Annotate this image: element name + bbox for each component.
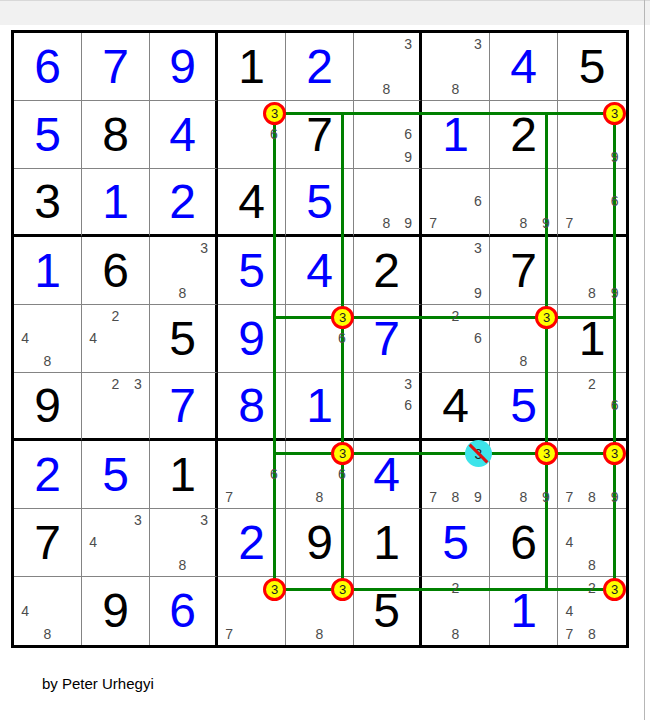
candidate-6: 6 (603, 395, 626, 417)
candidate-grid: 67 (218, 441, 285, 508)
solved-digit: 9 (218, 305, 285, 372)
solved-digit: 5 (422, 509, 489, 576)
cell-r3c8[interactable]: 89 (490, 169, 558, 237)
candidate-9: 9 (603, 146, 626, 168)
author-credit: by Peter Urhegyi (42, 675, 154, 692)
candidate-3: 3 (331, 305, 353, 327)
candidate-7: 7 (218, 622, 240, 645)
solved-digit: 5 (14, 101, 81, 168)
candidate-9: 9 (535, 486, 557, 508)
window-right-edge (644, 0, 645, 720)
candidate-6: 6 (331, 463, 353, 485)
candidate-grid: 39 (558, 101, 626, 168)
solved-digit: 7 (354, 305, 419, 372)
candidate-8: 8 (581, 486, 604, 508)
solved-digit: 2 (218, 509, 285, 576)
candidate-3: 3 (127, 373, 149, 395)
candidate-grid: 3789 (422, 441, 489, 508)
candidate-grid: 38 (490, 305, 557, 372)
solved-digit: 5 (218, 237, 285, 304)
candidate-9: 9 (535, 212, 557, 234)
candidate-grid: 24 (82, 305, 149, 372)
candidate-6: 6 (331, 327, 353, 349)
cell-r8c1[interactable]: 7 (14, 509, 82, 577)
cell-r8c6[interactable]: 1 (354, 509, 422, 577)
cell-r4c2[interactable]: 6 (82, 237, 150, 305)
cell-r6c5[interactable]: 1 (286, 373, 354, 441)
candidate-4: 4 (14, 327, 36, 349)
candidate-grid: 67 (422, 169, 489, 234)
given-digit: 3 (14, 169, 81, 234)
cell-r7c5[interactable]: 368 (286, 441, 354, 509)
cell-r6c9[interactable]: 26 (558, 373, 626, 441)
cell-r2c5[interactable]: 7 (286, 101, 354, 169)
solved-digit: 4 (150, 101, 215, 168)
candidate-7: 7 (218, 486, 240, 508)
candidate-grid: 37 (218, 577, 285, 645)
cell-r4c8[interactable]: 7 (490, 237, 558, 305)
solved-digit: 6 (14, 33, 81, 100)
cell-r7c6[interactable]: 4 (354, 441, 422, 509)
candidate-grid: 36 (286, 305, 353, 372)
solved-digit: 4 (354, 441, 419, 508)
given-digit: 2 (354, 237, 419, 304)
solved-digit: 7 (150, 373, 215, 438)
solved-digit: 2 (286, 33, 353, 100)
cell-r4c9[interactable]: 89 (558, 237, 626, 305)
candidate-4: 4 (14, 600, 36, 623)
candidate-6: 6 (467, 191, 489, 213)
cell-r7c4[interactable]: 67 (218, 441, 286, 509)
candidate-7: 7 (558, 622, 581, 645)
candidate-3: 3 (263, 101, 285, 123)
candidate-7: 7 (422, 212, 444, 234)
given-digit: 6 (490, 509, 557, 576)
cell-r6c6[interactable]: 36 (354, 373, 422, 441)
candidate-9: 9 (397, 212, 419, 234)
cell-r3c7[interactable]: 67 (422, 169, 490, 237)
candidate-3: 3 (193, 237, 215, 259)
candidate-8: 8 (308, 622, 330, 645)
candidate-3: 3 (467, 33, 489, 55)
cell-r9c6[interactable]: 5 (354, 577, 422, 645)
cell-r5c1[interactable]: 48 (14, 305, 82, 373)
candidate-8: 8 (512, 212, 534, 234)
cell-r8c3[interactable]: 38 (150, 509, 218, 577)
cell-r3c5[interactable]: 5 (286, 169, 354, 237)
given-digit: 8 (82, 101, 149, 168)
candidate-grid: 39 (422, 237, 489, 304)
candidate-grid: 38 (422, 33, 489, 100)
cell-r5c8[interactable]: 38 (490, 305, 558, 373)
solved-digit: 1 (14, 237, 81, 304)
candidate-7: 7 (558, 486, 581, 508)
solved-digit: 5 (286, 169, 353, 234)
cell-r1c9[interactable]: 5 (558, 33, 626, 101)
candidate-grid: 368 (286, 441, 353, 508)
candidate-grid: 34 (82, 509, 149, 576)
candidate-8: 8 (172, 554, 194, 576)
candidate-grid: 3789 (558, 441, 626, 508)
candidate-3: 3 (603, 577, 626, 600)
candidate-6: 6 (263, 123, 285, 145)
candidate-9: 9 (603, 486, 626, 508)
cell-r7c2[interactable]: 5 (82, 441, 150, 509)
cell-r4c4[interactable]: 5 (218, 237, 286, 305)
given-digit: 9 (286, 509, 353, 576)
given-digit: 1 (218, 33, 285, 100)
given-digit: 1 (558, 305, 626, 372)
candidate-8: 8 (581, 282, 604, 304)
cell-r7c8[interactable]: 389 (490, 441, 558, 509)
cell-r8c5[interactable]: 9 (286, 509, 354, 577)
given-digit: 7 (14, 509, 81, 576)
cell-r1c7[interactable]: 38 (422, 33, 490, 101)
candidate-3: 3 (331, 441, 353, 463)
cell-r2c6[interactable]: 69 (354, 101, 422, 169)
candidate-grid: 38 (150, 509, 215, 576)
candidate-9: 9 (467, 486, 489, 508)
candidate-8: 8 (512, 350, 534, 372)
candidate-4: 4 (558, 531, 581, 553)
candidate-3: 3 (467, 441, 489, 463)
cell-r5c6[interactable]: 7 (354, 305, 422, 373)
candidate-3: 3 (331, 577, 353, 600)
candidate-7: 7 (422, 486, 444, 508)
candidate-grid: 48 (558, 509, 626, 576)
given-digit: 5 (150, 305, 215, 372)
solved-digit: 1 (490, 577, 557, 645)
given-digit: 9 (14, 373, 81, 438)
candidate-2: 2 (444, 305, 466, 327)
cell-r9c2[interactable]: 9 (82, 577, 150, 645)
cell-r1c3[interactable]: 9 (150, 33, 218, 101)
cell-r6c8[interactable]: 5 (490, 373, 558, 441)
candidate-8: 8 (376, 212, 398, 234)
given-digit: 7 (286, 101, 353, 168)
given-digit: 1 (150, 441, 215, 508)
cell-r4c6[interactable]: 2 (354, 237, 422, 305)
solved-digit: 1 (422, 101, 489, 168)
solved-digit: 4 (286, 237, 353, 304)
solved-digit: 7 (82, 33, 149, 100)
solved-digit: 9 (150, 33, 215, 100)
solved-digit: 4 (490, 33, 557, 100)
candidate-grid: 28 (422, 577, 489, 645)
cell-r5c3[interactable]: 5 (150, 305, 218, 373)
solved-digit: 2 (14, 441, 81, 508)
cell-r6c3[interactable]: 7 (150, 373, 218, 441)
cell-r1c4[interactable]: 1 (218, 33, 286, 101)
cell-r9c1[interactable]: 48 (14, 577, 82, 645)
cell-r4c7[interactable]: 39 (422, 237, 490, 305)
candidate-8: 8 (444, 486, 466, 508)
candidate-9: 9 (603, 282, 626, 304)
cell-r8c7[interactable]: 5 (422, 509, 490, 577)
cell-r4c3[interactable]: 38 (150, 237, 218, 305)
candidate-8: 8 (36, 350, 58, 372)
candidate-8: 8 (581, 554, 604, 576)
sudoku-board: 6791238384558436769123931245896789671638… (11, 30, 629, 648)
cell-r6c1[interactable]: 9 (14, 373, 82, 441)
candidate-2: 2 (104, 305, 126, 327)
candidate-3: 3 (535, 441, 557, 463)
candidate-grid: 48 (14, 577, 81, 645)
cell-r9c9[interactable]: 23478 (558, 577, 626, 645)
cell-r6c4[interactable]: 8 (218, 373, 286, 441)
solved-digit: 8 (218, 373, 285, 438)
cell-r6c2[interactable]: 23 (82, 373, 150, 441)
candidate-3: 3 (467, 237, 489, 259)
cell-r9c5[interactable]: 38 (286, 577, 354, 645)
candidate-3: 3 (535, 305, 557, 327)
candidate-8: 8 (512, 486, 534, 508)
candidate-grid: 26 (558, 373, 626, 438)
cell-r3c2[interactable]: 1 (82, 169, 150, 237)
cell-r2c9[interactable]: 39 (558, 101, 626, 169)
cell-r4c5[interactable]: 4 (286, 237, 354, 305)
cell-r2c4[interactable]: 36 (218, 101, 286, 169)
candidate-3: 3 (193, 509, 215, 531)
cell-r3c3[interactable]: 2 (150, 169, 218, 237)
candidate-grid: 67 (558, 169, 626, 234)
candidate-grid: 26 (422, 305, 489, 372)
candidate-grid: 36 (218, 101, 285, 168)
cell-r1c6[interactable]: 38 (354, 33, 422, 101)
cell-r8c2[interactable]: 34 (82, 509, 150, 577)
cell-r1c2[interactable]: 7 (82, 33, 150, 101)
given-digit: 1 (354, 509, 419, 576)
candidate-grid: 38 (286, 577, 353, 645)
candidate-9: 9 (467, 282, 489, 304)
candidate-grid: 38 (354, 33, 419, 100)
cell-r1c1[interactable]: 6 (14, 33, 82, 101)
candidate-grid: 89 (490, 169, 557, 234)
cell-r4c1[interactable]: 1 (14, 237, 82, 305)
given-digit: 2 (490, 101, 557, 168)
candidate-2: 2 (581, 577, 604, 600)
cell-r2c7[interactable]: 1 (422, 101, 490, 169)
cell-r8c8[interactable]: 6 (490, 509, 558, 577)
candidate-2: 2 (444, 577, 466, 600)
candidate-6: 6 (397, 395, 419, 417)
candidate-grid: 23478 (558, 577, 626, 645)
candidate-3: 3 (603, 101, 626, 123)
cell-r7c3[interactable]: 1 (150, 441, 218, 509)
cell-r7c1[interactable]: 2 (14, 441, 82, 509)
cell-r8c9[interactable]: 48 (558, 509, 626, 577)
candidate-grid: 36 (354, 373, 419, 438)
candidate-6: 6 (397, 123, 419, 145)
cell-r3c6[interactable]: 89 (354, 169, 422, 237)
cell-r1c8[interactable]: 4 (490, 33, 558, 101)
candidate-2: 2 (104, 373, 126, 395)
candidate-grid: 48 (14, 305, 81, 372)
cell-r3c4[interactable]: 4 (218, 169, 286, 237)
candidate-4: 4 (82, 327, 104, 349)
cell-r9c3[interactable]: 6 (150, 577, 218, 645)
candidate-3: 3 (397, 33, 419, 55)
given-digit: 7 (490, 237, 557, 304)
cell-r2c1[interactable]: 5 (14, 101, 82, 169)
candidate-8: 8 (36, 622, 58, 645)
cell-r5c5[interactable]: 36 (286, 305, 354, 373)
cell-r9c8[interactable]: 1 (490, 577, 558, 645)
candidate-grid: 389 (490, 441, 557, 508)
candidate-4: 4 (558, 600, 581, 623)
candidate-9: 9 (397, 146, 419, 168)
candidate-grid: 89 (354, 169, 419, 234)
candidate-8: 8 (308, 486, 330, 508)
cell-r5c2[interactable]: 24 (82, 305, 150, 373)
candidate-3: 3 (397, 373, 419, 395)
candidate-grid: 89 (558, 237, 626, 304)
cell-r7c9[interactable]: 3789 (558, 441, 626, 509)
cell-r5c9[interactable]: 1 (558, 305, 626, 373)
candidate-7: 7 (558, 212, 581, 234)
candidate-6: 6 (263, 463, 285, 485)
cell-r5c7[interactable]: 26 (422, 305, 490, 373)
cell-r6c7[interactable]: 4 (422, 373, 490, 441)
given-digit: 9 (82, 577, 149, 645)
solved-digit: 5 (490, 373, 557, 438)
candidate-8: 8 (444, 78, 466, 100)
candidate-8: 8 (376, 78, 398, 100)
given-digit: 4 (422, 373, 489, 438)
cell-r2c3[interactable]: 4 (150, 101, 218, 169)
candidate-2: 2 (581, 373, 604, 395)
candidate-6: 6 (467, 327, 489, 349)
given-digit: 4 (218, 169, 285, 234)
cell-r2c2[interactable]: 8 (82, 101, 150, 169)
given-digit: 5 (354, 577, 419, 645)
candidate-grid: 69 (354, 101, 419, 168)
candidate-8: 8 (444, 622, 466, 645)
solved-digit: 2 (150, 169, 215, 234)
cell-r3c9[interactable]: 67 (558, 169, 626, 237)
candidate-3: 3 (127, 509, 149, 531)
candidate-8: 8 (581, 622, 604, 645)
solved-digit: 5 (82, 441, 149, 508)
solved-digit: 1 (286, 373, 353, 438)
candidate-grid: 38 (150, 237, 215, 304)
candidate-8: 8 (172, 282, 194, 304)
candidate-4: 4 (82, 531, 104, 553)
candidate-3: 3 (603, 441, 626, 463)
cell-r1c5[interactable]: 2 (286, 33, 354, 101)
cell-r8c4[interactable]: 2 (218, 509, 286, 577)
cell-r2c8[interactable]: 2 (490, 101, 558, 169)
candidate-grid: 23 (82, 373, 149, 438)
solved-digit: 6 (150, 577, 215, 645)
solved-digit: 1 (82, 169, 149, 234)
cell-r7c7[interactable]: 3789 (422, 441, 490, 509)
cell-r9c7[interactable]: 28 (422, 577, 490, 645)
given-digit: 6 (82, 237, 149, 304)
candidate-3: 3 (263, 577, 285, 600)
cell-r9c4[interactable]: 37 (218, 577, 286, 645)
given-digit: 5 (558, 33, 626, 100)
window-top-band (0, 0, 650, 25)
cell-r3c1[interactable]: 3 (14, 169, 82, 237)
candidate-6: 6 (603, 191, 626, 213)
cell-r5c4[interactable]: 9 (218, 305, 286, 373)
